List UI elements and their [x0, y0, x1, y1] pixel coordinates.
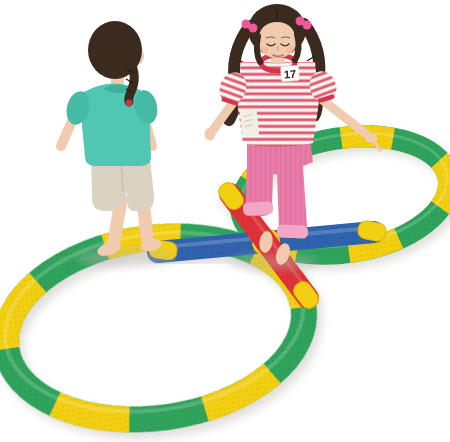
child-right-hair-strand [257, 36, 260, 62]
child-right-hand [205, 128, 216, 141]
balance-path-photo: 17 [0, 0, 450, 442]
child-right-hair-bobble [249, 24, 258, 33]
child-right-hair-bobble [303, 21, 312, 30]
studio-background [0, 0, 450, 442]
shirt-number-badge-text: 17 [284, 68, 297, 81]
child-right-hem-label [240, 109, 260, 137]
child-right-badge: 17 [281, 65, 300, 81]
child-right-blush [287, 46, 295, 54]
child-right-rolled-cuff [277, 224, 309, 239]
child-left-shadow [76, 249, 176, 267]
scene-illustration: 17 [0, 0, 450, 442]
child-right-rolled-cuff [243, 201, 274, 216]
child-right-blush [260, 46, 268, 54]
child-right-shadow [230, 254, 318, 270]
child-left-hair-tie [126, 100, 133, 107]
